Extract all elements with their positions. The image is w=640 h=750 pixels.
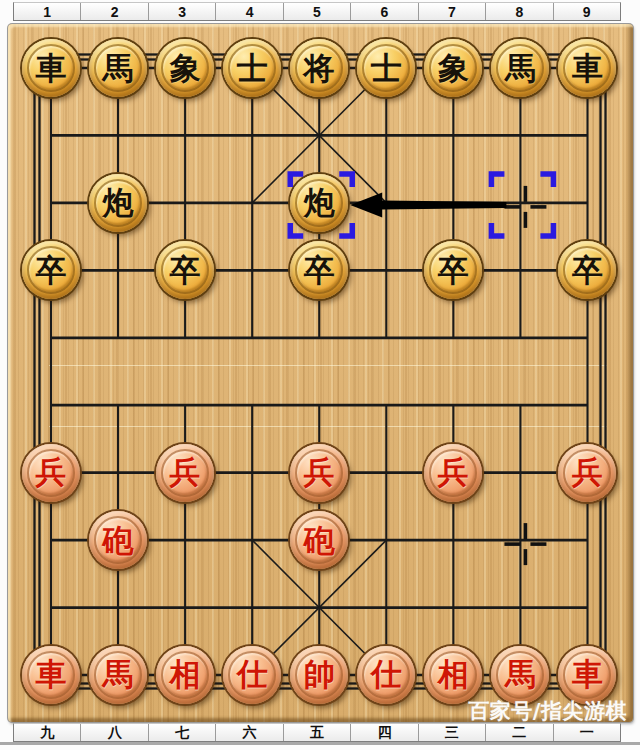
- piece-character: 兵: [572, 457, 603, 488]
- piece-black-soldier[interactable]: 卒: [558, 241, 616, 299]
- piece-character: 士: [237, 53, 268, 84]
- piece-character: 馬: [103, 659, 134, 690]
- piece-red-chariot[interactable]: 車: [558, 646, 616, 704]
- piece-red-horse[interactable]: 馬: [491, 646, 549, 704]
- piece-black-chariot[interactable]: 車: [22, 39, 80, 97]
- piece-black-advisor[interactable]: 士: [223, 39, 281, 97]
- piece-character: 馬: [103, 53, 134, 84]
- piece-character: 馬: [505, 53, 536, 84]
- piece-character: 砲: [304, 525, 335, 556]
- piece-black-cannon[interactable]: 炮: [290, 174, 348, 232]
- piece-black-soldier[interactable]: 卒: [22, 241, 80, 299]
- piece-black-chariot[interactable]: 車: [558, 39, 616, 97]
- piece-red-soldier[interactable]: 兵: [424, 444, 482, 502]
- piece-character: 卒: [304, 255, 335, 286]
- piece-character: 士: [371, 53, 402, 84]
- piece-character: 卒: [36, 255, 67, 286]
- piece-character: 仕: [237, 659, 268, 690]
- piece-red-soldier[interactable]: 兵: [22, 444, 80, 502]
- piece-character: 炮: [103, 187, 134, 218]
- piece-character: 仕: [371, 659, 402, 690]
- piece-character: 象: [170, 53, 201, 84]
- piece-black-elephant[interactable]: 象: [156, 39, 214, 97]
- piece-character: 車: [572, 53, 603, 84]
- piece-black-advisor[interactable]: 士: [357, 39, 415, 97]
- piece-red-cannon[interactable]: 砲: [89, 511, 147, 569]
- piece-character: 兵: [170, 457, 201, 488]
- piece-character: 車: [36, 53, 67, 84]
- piece-character: 兵: [438, 457, 469, 488]
- piece-character: 帥: [304, 659, 335, 690]
- piece-character: 卒: [572, 255, 603, 286]
- piece-character: 卒: [438, 255, 469, 286]
- piece-character: 兵: [36, 457, 67, 488]
- piece-character: 車: [36, 659, 67, 690]
- piece-character: 卒: [170, 255, 201, 286]
- piece-black-soldier[interactable]: 卒: [290, 241, 348, 299]
- piece-character: 相: [438, 659, 469, 690]
- piece-black-general[interactable]: 将: [290, 39, 348, 97]
- piece-black-elephant[interactable]: 象: [424, 39, 482, 97]
- piece-red-soldier[interactable]: 兵: [290, 444, 348, 502]
- watermark-text: 百家号/指尖游棋: [468, 697, 627, 725]
- xiangqi-game-screen: 123456789 車馬象士将士象馬車炮炮卒卒卒卒卒兵兵兵兵兵砲砲車馬相仕帥仕相…: [0, 0, 640, 750]
- piece-red-cannon[interactable]: 砲: [290, 511, 348, 569]
- piece-character: 馬: [505, 659, 536, 690]
- piece-character: 象: [438, 53, 469, 84]
- piece-red-horse[interactable]: 馬: [89, 646, 147, 704]
- piece-character: 将: [304, 53, 335, 84]
- piece-red-advisor[interactable]: 仕: [223, 646, 281, 704]
- piece-character: 炮: [304, 187, 335, 218]
- piece-character: 相: [170, 659, 201, 690]
- piece-red-elephant[interactable]: 相: [156, 646, 214, 704]
- piece-red-general[interactable]: 帥: [290, 646, 348, 704]
- piece-black-soldier[interactable]: 卒: [156, 241, 214, 299]
- pieces-layer: 車馬象士将士象馬車炮炮卒卒卒卒卒兵兵兵兵兵砲砲車馬相仕帥仕相馬車: [0, 0, 640, 750]
- piece-black-soldier[interactable]: 卒: [424, 241, 482, 299]
- piece-red-chariot[interactable]: 車: [22, 646, 80, 704]
- piece-character: 砲: [103, 525, 134, 556]
- piece-character: 車: [572, 659, 603, 690]
- piece-red-soldier[interactable]: 兵: [156, 444, 214, 502]
- piece-red-soldier[interactable]: 兵: [558, 444, 616, 502]
- piece-character: 兵: [304, 457, 335, 488]
- piece-black-horse[interactable]: 馬: [89, 39, 147, 97]
- piece-red-elephant[interactable]: 相: [424, 646, 482, 704]
- piece-black-cannon[interactable]: 炮: [89, 174, 147, 232]
- piece-black-horse[interactable]: 馬: [491, 39, 549, 97]
- piece-red-advisor[interactable]: 仕: [357, 646, 415, 704]
